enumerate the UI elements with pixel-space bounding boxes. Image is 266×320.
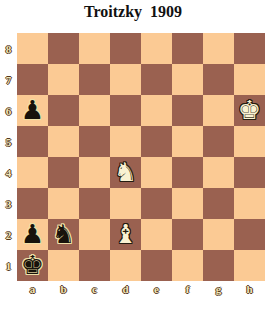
square-e1 (141, 250, 172, 281)
file-label-c: c (79, 281, 110, 297)
square-f5 (172, 126, 203, 157)
square-e6 (141, 95, 172, 126)
square-b7 (48, 64, 79, 95)
square-f8 (172, 33, 203, 64)
square-h8 (234, 33, 265, 64)
square-g3 (203, 188, 234, 219)
square-h1 (234, 250, 265, 281)
square-e2 (141, 219, 172, 250)
rank-label-2: 2 (0, 219, 17, 250)
square-g1 (203, 250, 234, 281)
square-d8 (110, 33, 141, 64)
square-f2 (172, 219, 203, 250)
chess-diagram: Troitzky 1909 876♟♚54♞32♟♞♝1♚abcdefgh WH… (0, 0, 266, 320)
black-king: ♚ (21, 252, 44, 278)
square-a3 (17, 188, 48, 219)
rank-label-7: 7 (0, 64, 17, 95)
square-b6 (48, 95, 79, 126)
board-corner-spacer (0, 281, 17, 297)
square-e7 (141, 64, 172, 95)
square-g7 (203, 64, 234, 95)
rank-label-4: 4 (0, 157, 17, 188)
square-g4 (203, 157, 234, 188)
square-e8 (141, 33, 172, 64)
square-a5 (17, 126, 48, 157)
square-b3 (48, 188, 79, 219)
rank-label-1: 1 (0, 250, 17, 281)
rank-label-3: 3 (0, 188, 17, 219)
square-h5 (234, 126, 265, 157)
square-a8 (17, 33, 48, 64)
square-a7 (17, 64, 48, 95)
square-d5 (110, 126, 141, 157)
chess-board: 876♟♚54♞32♟♞♝1♚abcdefgh (0, 33, 266, 312)
square-e3 (141, 188, 172, 219)
square-f1 (172, 250, 203, 281)
black-pawn: ♟ (21, 221, 44, 247)
square-d4: ♞ (110, 157, 141, 188)
square-c5 (79, 126, 110, 157)
diagram-title: Troitzky 1909 (0, 0, 266, 30)
file-label-d: d (110, 281, 141, 297)
file-label-e: e (141, 281, 172, 297)
square-b5 (48, 126, 79, 157)
white-king: ♚ (238, 97, 261, 123)
square-h2 (234, 219, 265, 250)
file-label-f: f (172, 281, 203, 297)
square-c2 (79, 219, 110, 250)
square-h6: ♚ (234, 95, 265, 126)
black-knight: ♞ (52, 221, 75, 247)
file-label-g: g (203, 281, 234, 297)
rank-label-6: 6 (0, 95, 17, 126)
square-c1 (79, 250, 110, 281)
square-f6 (172, 95, 203, 126)
square-b4 (48, 157, 79, 188)
square-g2 (203, 219, 234, 250)
square-c3 (79, 188, 110, 219)
file-label-b: b (48, 281, 79, 297)
file-label-a: a (17, 281, 48, 297)
square-c4 (79, 157, 110, 188)
square-b8 (48, 33, 79, 64)
square-b2: ♞ (48, 219, 79, 250)
square-h7 (234, 64, 265, 95)
square-g6 (203, 95, 234, 126)
square-a2: ♟ (17, 219, 48, 250)
square-d2: ♝ (110, 219, 141, 250)
square-f7 (172, 64, 203, 95)
square-e5 (141, 126, 172, 157)
square-h4 (234, 157, 265, 188)
square-g5 (203, 126, 234, 157)
square-a6: ♟ (17, 95, 48, 126)
file-label-h: h (234, 281, 265, 297)
square-f4 (172, 157, 203, 188)
square-c7 (79, 64, 110, 95)
square-a4 (17, 157, 48, 188)
square-d1 (110, 250, 141, 281)
white-bishop: ♝ (114, 221, 137, 247)
black-pawn: ♟ (21, 97, 44, 123)
square-c6 (79, 95, 110, 126)
white-knight: ♞ (114, 159, 137, 185)
rank-label-5: 5 (0, 126, 17, 157)
square-e4 (141, 157, 172, 188)
square-f3 (172, 188, 203, 219)
square-g8 (203, 33, 234, 64)
square-d7 (110, 64, 141, 95)
square-d3 (110, 188, 141, 219)
square-c8 (79, 33, 110, 64)
square-a1: ♚ (17, 250, 48, 281)
square-b1 (48, 250, 79, 281)
square-d6 (110, 95, 141, 126)
rank-label-8: 8 (0, 33, 17, 64)
square-h3 (234, 188, 265, 219)
